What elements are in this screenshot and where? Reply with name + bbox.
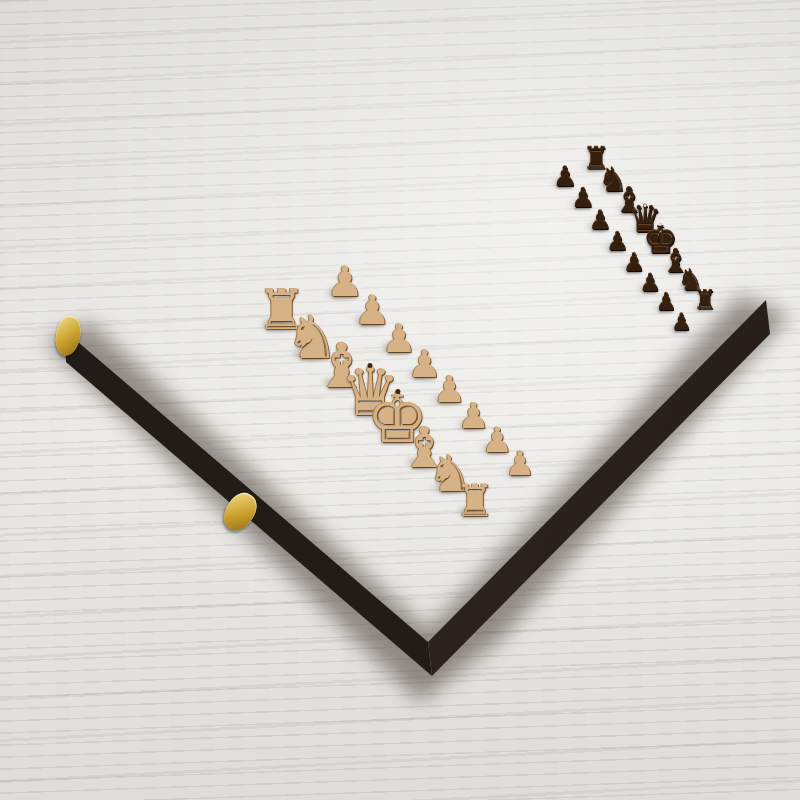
scene: AA11BB22CC33DD44EE55FF66GG77HH88 ♜♞♝♛♚♝♞… [0,0,800,800]
